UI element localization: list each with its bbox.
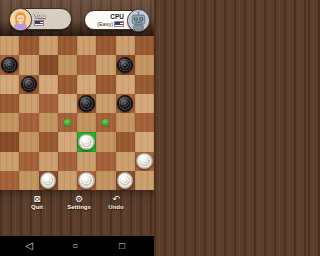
- top-player-bar: You CPU (Easy): [0, 0, 154, 36]
- board-square-r6c2: [39, 152, 58, 171]
- black-man[interactable]: [78, 95, 95, 112]
- board-square-r1c2[interactable]: [39, 55, 58, 74]
- player-plate-you: You: [9, 8, 72, 30]
- board-square-r2c0: [0, 75, 19, 94]
- board-square-r5c5: [96, 132, 115, 151]
- board-square-r0c5[interactable]: [96, 36, 115, 55]
- board-square-r7c6[interactable]: [116, 171, 135, 190]
- black-man[interactable]: [117, 95, 134, 112]
- board-square-r1c0[interactable]: [0, 55, 19, 74]
- android-nav-bar: ◁ ○ □: [0, 236, 154, 256]
- nav-back-icon[interactable]: ◁: [22, 236, 36, 256]
- board-square-r4c6: [116, 113, 135, 132]
- board-square-r5c2[interactable]: [39, 132, 58, 151]
- quit-button-label: Quit: [24, 204, 50, 211]
- board-square-r4c4: [77, 113, 96, 132]
- board-square-r3c5: [96, 94, 115, 113]
- board-square-r6c1[interactable]: [19, 152, 38, 171]
- board-square-r7c1: [19, 171, 38, 190]
- board-square-r6c0: [0, 152, 19, 171]
- board-square-r1c6[interactable]: [116, 55, 135, 74]
- board-square-r0c0: [0, 36, 19, 55]
- board-square-r7c4[interactable]: [77, 171, 96, 190]
- board-square-r4c0: [0, 113, 19, 132]
- undo-arrow-icon: ↶: [103, 194, 129, 204]
- selected-white-man[interactable]: [78, 134, 95, 151]
- board-square-r3c7: [135, 94, 154, 113]
- quit-button[interactable]: ⊠ Quit: [24, 194, 50, 211]
- board-square-r3c2[interactable]: [39, 94, 58, 113]
- board-square-r0c3[interactable]: [58, 36, 77, 55]
- board-square-r6c6: [116, 152, 135, 171]
- move-dot[interactable]: [64, 119, 71, 126]
- settings-button[interactable]: ⚙ Settings: [62, 194, 96, 211]
- board-square-r7c7: [135, 171, 154, 190]
- nav-home-icon[interactable]: ○: [68, 236, 82, 256]
- checkers-board: [0, 36, 154, 190]
- board-square-r7c0[interactable]: [0, 171, 19, 190]
- board-square-r0c7[interactable]: [135, 36, 154, 55]
- us-flag-icon: [114, 21, 124, 27]
- board-square-r2c6: [116, 75, 135, 94]
- board-square-r4c2: [39, 113, 58, 132]
- board-square-r7c3: [58, 171, 77, 190]
- board-square-r7c2[interactable]: [39, 171, 58, 190]
- board-square-r5c1: [19, 132, 38, 151]
- board-square-r5c4[interactable]: [77, 132, 96, 151]
- board-square-r5c6[interactable]: [116, 132, 135, 151]
- board-square-r1c1: [19, 55, 38, 74]
- board-square-r2c7[interactable]: [135, 75, 154, 94]
- white-man[interactable]: [117, 172, 134, 189]
- board-square-r0c1[interactable]: [19, 36, 38, 55]
- board-square-r2c4: [77, 75, 96, 94]
- board-square-r1c4[interactable]: [77, 55, 96, 74]
- move-dot[interactable]: [102, 119, 109, 126]
- board-square-r5c3: [58, 132, 77, 151]
- board-square-r3c4[interactable]: [77, 94, 96, 113]
- player-cpu-level: (Easy): [97, 21, 113, 27]
- board-square-r3c0[interactable]: [0, 94, 19, 113]
- undo-button-label: Undo: [103, 204, 129, 211]
- board-square-r4c5[interactable]: [96, 113, 115, 132]
- player-plate-cpu: CPU (Easy): [84, 10, 147, 30]
- board-square-r6c5[interactable]: [96, 152, 115, 171]
- nav-recents-icon[interactable]: □: [115, 236, 129, 256]
- board-square-r6c4: [77, 152, 96, 171]
- avatar-robot-icon: [127, 9, 150, 32]
- white-man[interactable]: [136, 153, 153, 170]
- board-square-r2c5[interactable]: [96, 75, 115, 94]
- gear-icon: ⚙: [62, 194, 96, 204]
- board-square-r7c5: [96, 171, 115, 190]
- board-square-r3c3: [58, 94, 77, 113]
- board-square-r1c5: [96, 55, 115, 74]
- black-man[interactable]: [1, 57, 18, 74]
- white-man[interactable]: [40, 172, 57, 189]
- board-square-r6c7[interactable]: [135, 152, 154, 171]
- player-you-name: You: [34, 12, 46, 19]
- settings-button-label: Settings: [62, 204, 96, 211]
- board-square-r0c4: [77, 36, 96, 55]
- board-square-r4c1[interactable]: [19, 113, 38, 132]
- board-square-r6c3[interactable]: [58, 152, 77, 171]
- board-square-r4c7[interactable]: [135, 113, 154, 132]
- bottom-button-bar: ⊠ Quit ⚙ Settings ↶ Undo: [0, 190, 154, 236]
- board-square-r3c6[interactable]: [116, 94, 135, 113]
- board-square-r2c2: [39, 75, 58, 94]
- board-square-r5c0[interactable]: [0, 132, 19, 151]
- us-flag-icon: [34, 20, 44, 26]
- black-man[interactable]: [21, 76, 38, 93]
- undo-button[interactable]: ↶ Undo: [103, 194, 129, 211]
- board-square-r4c3[interactable]: [58, 113, 77, 132]
- avatar-woman-icon: [9, 8, 32, 31]
- player-cpu-name: CPU: [110, 13, 124, 20]
- black-man[interactable]: [117, 57, 134, 74]
- board-square-r3c1: [19, 94, 38, 113]
- board-square-r0c2: [39, 36, 58, 55]
- quit-box-x-icon: ⊠: [24, 194, 50, 204]
- white-man[interactable]: [78, 172, 95, 189]
- board-square-r1c7: [135, 55, 154, 74]
- board-square-r2c3[interactable]: [58, 75, 77, 94]
- board-square-r1c3: [58, 55, 77, 74]
- board-square-r5c7: [135, 132, 154, 151]
- robot-avatar-graphic: [128, 10, 149, 31]
- board-square-r2c1[interactable]: [19, 75, 38, 94]
- woman-avatar-graphic: [10, 9, 31, 30]
- board-square-r0c6: [116, 36, 135, 55]
